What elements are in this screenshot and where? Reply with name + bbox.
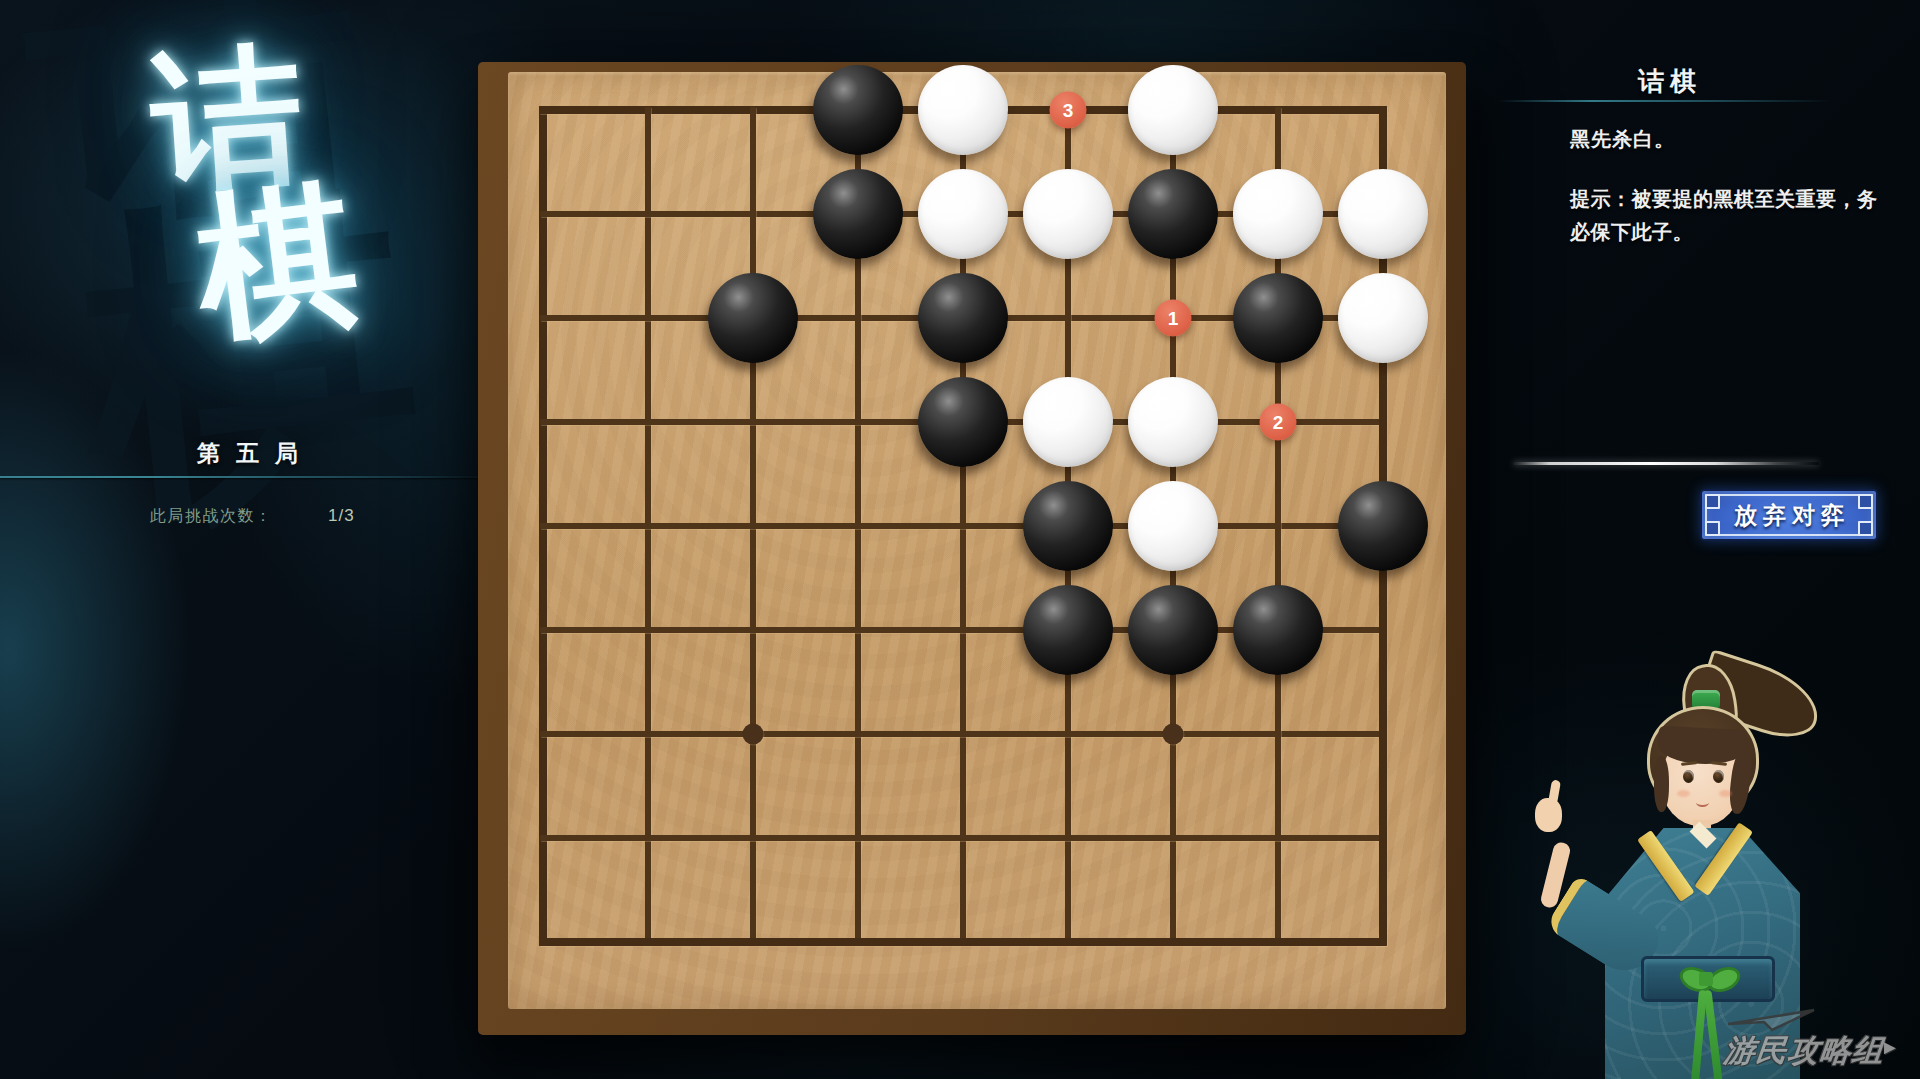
white-stone [1023, 377, 1113, 467]
black-stone [1023, 585, 1113, 675]
black-stone [813, 169, 903, 259]
white-stone [1128, 65, 1218, 155]
round-divider [0, 476, 500, 478]
white-stone [918, 169, 1008, 259]
watermark-arrow-icon: ► [1880, 1036, 1900, 1059]
white-stone [1233, 169, 1323, 259]
attempts-value: 1/3 [328, 506, 355, 526]
puzzle-objective: 黑先杀白。 [1570, 126, 1675, 153]
black-stone [813, 65, 903, 155]
puzzle-panel-title: 诘棋 [1638, 64, 1702, 99]
black-stone [1128, 169, 1218, 259]
move-marker-2: 2 [1260, 404, 1297, 441]
round-title: 第五局 [197, 438, 314, 469]
black-stone [918, 273, 1008, 363]
white-stone [1338, 169, 1428, 259]
panel-title-divider [1498, 100, 1832, 102]
puzzle-hint-line-2: 必保下此子。 [1570, 216, 1878, 249]
grid-line-horizontal [540, 523, 1386, 529]
black-stone [1233, 273, 1323, 363]
white-stone [918, 65, 1008, 155]
watermark: 游民攻略组 ► [1698, 1006, 1908, 1076]
black-stone [918, 377, 1008, 467]
move-marker-3: 3 [1050, 92, 1087, 129]
black-stone [1023, 481, 1113, 571]
white-stone [1023, 169, 1113, 259]
white-stone [1338, 273, 1428, 363]
star-point [743, 724, 764, 745]
puzzle-hint-line-1: 提示：被要提的黑棋至关重要，务 [1570, 183, 1878, 216]
puzzle-hint: 提示：被要提的黑棋至关重要，务 必保下此子。 [1570, 183, 1878, 249]
watermark-text: 游民攻略组 [1722, 1030, 1886, 1072]
move-marker-1: 1 [1155, 300, 1192, 337]
black-stone [1128, 585, 1218, 675]
calligraphy-glow-char-2: 棋 [189, 173, 365, 349]
go-board-surface[interactable]: 312 [508, 72, 1446, 1009]
white-stone [1128, 481, 1218, 571]
grid-line-horizontal [540, 731, 1386, 737]
give-up-button-label: 放弃对弈 [1700, 489, 1878, 541]
black-stone [708, 273, 798, 363]
go-grid[interactable]: 312 [543, 110, 1383, 942]
attempts-label: 此局挑战次数： [150, 506, 273, 527]
panel-divider [1513, 462, 1819, 465]
grid-line-horizontal [540, 835, 1386, 841]
white-stone [1128, 377, 1218, 467]
go-board: 312 [478, 62, 1466, 1035]
star-point [1163, 724, 1184, 745]
give-up-button[interactable]: 放弃对弈 [1700, 489, 1878, 541]
black-stone [1338, 481, 1428, 571]
black-stone [1233, 585, 1323, 675]
grid-line-horizontal [539, 938, 1387, 946]
